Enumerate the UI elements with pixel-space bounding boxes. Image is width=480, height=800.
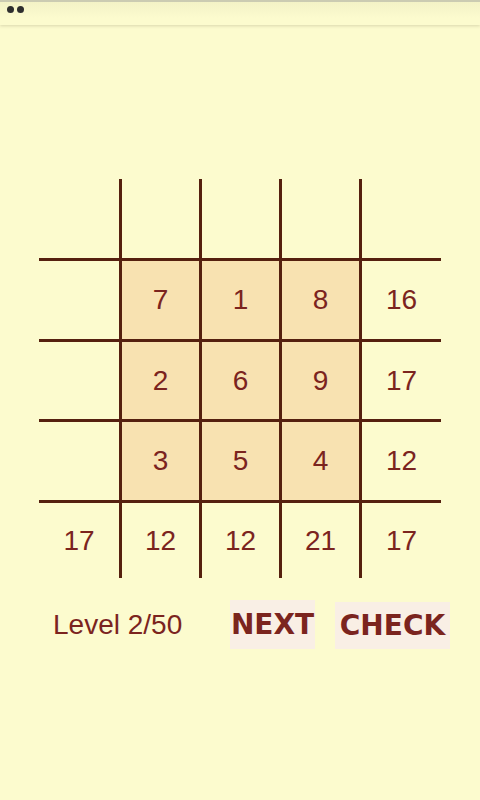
empty-cell [122, 179, 199, 258]
notification-dot-icon [17, 6, 24, 13]
sum-grid-board: 7 1 8 16 2 6 9 17 3 5 4 12 17 12 12 21 1… [39, 179, 441, 578]
puzzle-cell-r2c1[interactable]: 2 [122, 342, 199, 419]
main-diagonal-sum-cell: 17 [362, 503, 441, 578]
row-sum-cell-1: 16 [362, 261, 441, 339]
puzzle-cell-r1c2[interactable]: 1 [202, 261, 279, 339]
puzzle-cell-r1c1[interactable]: 7 [122, 261, 199, 339]
empty-cell [202, 179, 279, 258]
col-sum-cell-1: 12 [122, 503, 199, 578]
puzzle-cell-r3c3[interactable]: 4 [282, 422, 359, 500]
puzzle-cell-r3c1[interactable]: 3 [122, 422, 199, 500]
empty-cell [282, 179, 359, 258]
puzzle-cell-r2c3[interactable]: 9 [282, 342, 359, 419]
empty-cell [39, 342, 119, 419]
puzzle-cell-r2c2[interactable]: 6 [202, 342, 279, 419]
next-button[interactable]: NEXT [230, 600, 315, 649]
app-screen: 7 1 8 16 2 6 9 17 3 5 4 12 17 12 12 21 1… [0, 0, 480, 800]
anti-diagonal-sum-cell: 17 [39, 503, 119, 578]
row-sum-cell-2: 17 [362, 342, 441, 419]
puzzle-cell-r3c2[interactable]: 5 [202, 422, 279, 500]
puzzle-cell-r1c3[interactable]: 8 [282, 261, 359, 339]
status-bar [0, 0, 480, 25]
empty-cell [362, 179, 441, 258]
empty-cell [39, 422, 119, 500]
level-indicator: Level 2/50 [53, 600, 182, 649]
check-button[interactable]: CHECK [335, 602, 450, 649]
empty-cell [39, 261, 119, 339]
col-sum-cell-2: 12 [202, 503, 279, 578]
notification-dot-icon [7, 6, 14, 13]
empty-cell [39, 179, 119, 258]
row-sum-cell-3: 12 [362, 422, 441, 500]
col-sum-cell-3: 21 [282, 503, 359, 578]
